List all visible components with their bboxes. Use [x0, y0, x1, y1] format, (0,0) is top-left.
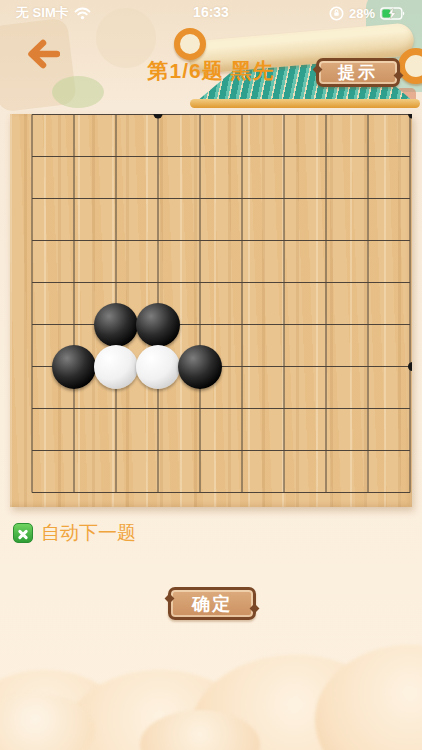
clock: 16:33 [193, 4, 229, 20]
wifi-icon [74, 7, 91, 20]
battery-percent-label: 28% [349, 6, 375, 21]
confirm-button[interactable]: 确定 [168, 587, 256, 620]
auto-next-row: 自动下一题 [13, 520, 136, 546]
hint-button[interactable]: 提示 [316, 58, 400, 87]
confirm-button-label: 确定 [192, 592, 232, 616]
battery-charging-icon [380, 7, 406, 20]
clouds-decoration [0, 650, 422, 750]
auto-next-label: 自动下一题 [41, 520, 136, 546]
white-stone [136, 345, 180, 389]
status-bar: 无 SIM卡 16:33 28% [0, 0, 422, 24]
go-board[interactable] [10, 114, 412, 507]
scroll-cap-left [174, 28, 206, 60]
black-stone [94, 303, 138, 347]
hint-button-label: 提示 [338, 61, 378, 84]
pavilion-roof-edge [190, 99, 420, 108]
black-stone [178, 345, 222, 389]
app-screen: 无 SIM卡 16:33 28% [0, 0, 422, 750]
auto-next-checkbox[interactable] [13, 523, 33, 543]
board-grid [10, 114, 412, 507]
black-stone [136, 303, 180, 347]
back-button[interactable] [24, 38, 60, 70]
carrier-label: 无 SIM卡 [16, 4, 69, 22]
white-stone [94, 345, 138, 389]
black-stone [52, 345, 96, 389]
orientation-lock-icon [329, 6, 344, 21]
